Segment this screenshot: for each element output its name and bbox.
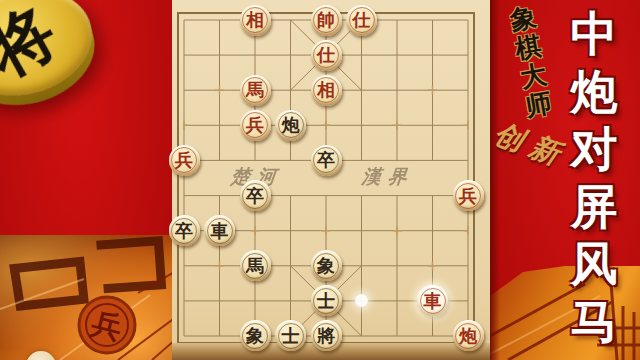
right-decor-panel: 象棋大师 创新 中炮对屏风马 [490,0,640,360]
black-pawn[interactable]: 卒 [311,145,342,176]
piece-character: 卒 [246,187,264,205]
black-horse[interactable]: 馬 [240,250,271,281]
black-pawn[interactable]: 卒 [169,215,200,246]
panel-edge-shade [490,0,500,360]
red-horse[interactable]: 馬 [240,75,271,106]
black-chariot[interactable]: 車 [204,215,235,246]
left-photo-background: 兵 [0,235,172,360]
black-elephant[interactable]: 象 [311,250,342,281]
piece-character: 卒 [175,222,193,240]
piece-character: 兵 [175,151,193,169]
accent-calligraphy-text: 创新 [488,114,573,178]
piece-character: 士 [282,327,300,345]
red-king[interactable]: 帥 [311,5,342,36]
right-photo-decoration [490,266,640,360]
piece-character: 相 [317,81,335,99]
piece-character: 兵 [459,187,477,205]
piece-character: 炮 [459,327,477,345]
piece-character: 象 [246,327,264,345]
black-king[interactable]: 將 [311,320,342,351]
brand-text-vertical: 象棋大师 [508,3,554,122]
river-label-right: 漢界 [361,164,416,190]
piece-character: 士 [317,292,335,310]
opening-title-vertical: 中炮对屏风马 [571,5,618,350]
left-decor-panel: 兵 将 [0,0,172,360]
piece-character: 馬 [246,81,264,99]
red-advisor[interactable]: 仕 [346,5,377,36]
black-pawn[interactable]: 卒 [240,180,271,211]
piece-character: 馬 [246,257,264,275]
piece-character: 相 [246,11,264,29]
red-advisor[interactable]: 仕 [311,40,342,71]
right-photo-background [490,266,640,360]
red-pawn[interactable]: 兵 [240,110,271,141]
red-elephant[interactable]: 相 [311,75,342,106]
piece-character: 將 [317,327,335,345]
giant-gold-piece: 将 [0,0,106,119]
piece-character: 仕 [353,11,371,29]
black-cannon[interactable]: 炮 [275,110,306,141]
piece-character: 車 [211,222,229,240]
red-elephant[interactable]: 相 [240,5,271,36]
black-advisor[interactable]: 士 [311,285,342,316]
screenshot-root: 兵 将 楚河 漢界 [0,0,640,360]
red-pawn[interactable]: 兵 [169,145,200,176]
piece-character: 帥 [317,11,335,29]
piece-character: 象 [317,257,335,275]
xiangqi-board[interactable]: 楚河 漢界 相帥仕仕馬相兵炮兵卒卒兵卒車馬象士車象士將炮 [172,0,490,360]
piece-character: 卒 [317,151,335,169]
piece-character: 炮 [282,116,300,134]
left-photo-decoration: 兵 [0,235,172,360]
piece-character: 兵 [246,116,264,134]
piece-character: 車 [424,292,442,310]
piece-character: 仕 [317,46,335,64]
black-elephant[interactable]: 象 [240,320,271,351]
red-cannon[interactable]: 炮 [453,320,484,351]
red-pawn[interactable]: 兵 [453,180,484,211]
